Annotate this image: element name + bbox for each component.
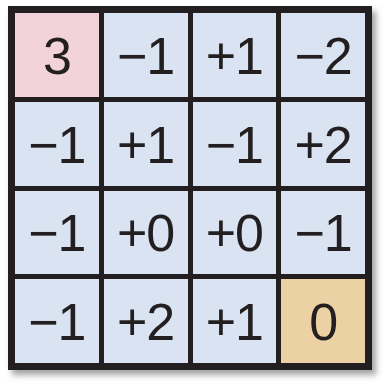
grid-cell-r1c0: −1 bbox=[15, 102, 99, 186]
grid-cell-r2c2: +0 bbox=[193, 191, 277, 275]
grid-cell-r3c2: +1 bbox=[193, 279, 277, 363]
grid-cell-r2c1: +0 bbox=[104, 191, 188, 275]
grid-cell-r3c1: +2 bbox=[104, 279, 188, 363]
grid-cell-r2c0: −1 bbox=[15, 191, 99, 275]
grid-cell-r2c3: −1 bbox=[281, 191, 365, 275]
grid-cell-r0c0-start: 3 bbox=[15, 13, 99, 97]
page-background: 3 −1 +1 −2 −1 +1 −1 +2 −1 +0 +0 −1 −1 +2… bbox=[0, 0, 384, 384]
grid-cell-r0c2: +1 bbox=[193, 13, 277, 97]
grid-cell-r1c1: +1 bbox=[104, 102, 188, 186]
grid-cell-r0c3: −2 bbox=[281, 13, 365, 97]
grid-cell-r3c3-goal: 0 bbox=[281, 279, 365, 363]
grid-cell-r3c0: −1 bbox=[15, 279, 99, 363]
game-board: 3 −1 +1 −2 −1 +1 −1 +2 −1 +0 +0 −1 −1 +2… bbox=[8, 6, 372, 370]
grid-cell-r1c2: −1 bbox=[193, 102, 277, 186]
grid-cell-r1c3: +2 bbox=[281, 102, 365, 186]
grid-cell-r0c1: −1 bbox=[104, 13, 188, 97]
